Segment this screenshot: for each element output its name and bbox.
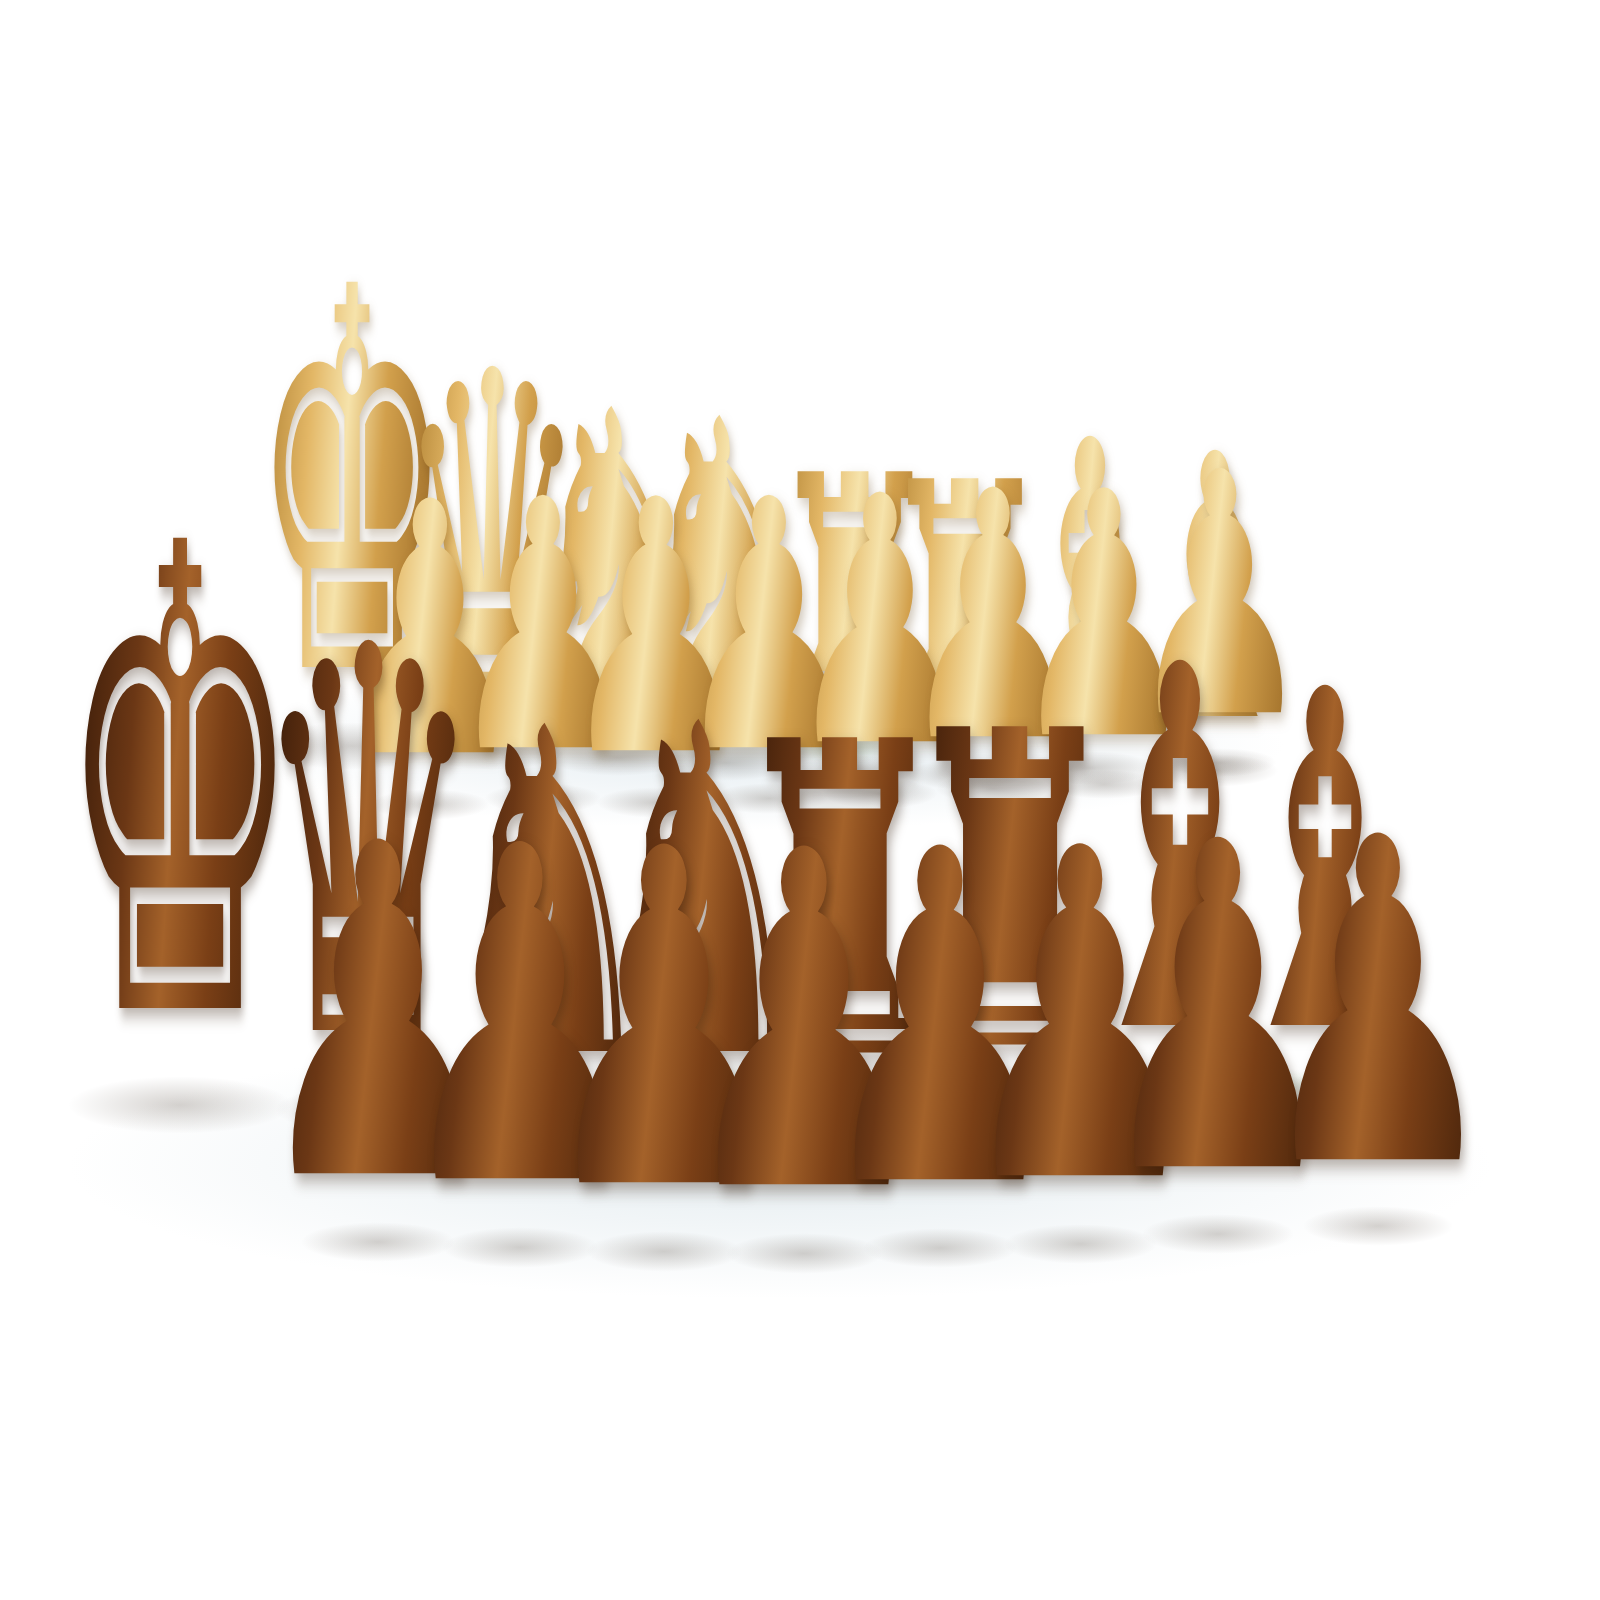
dark-pawn[interactable]: ♟ <box>1254 781 1503 1228</box>
chess-set-photo: ♚♛♞♞♜♜♝♝♟♟♟♟♟♟♟♟♚♛♞♞♜♜♝♝♟♟♟♟♟♟♟♟ <box>0 0 1600 1600</box>
